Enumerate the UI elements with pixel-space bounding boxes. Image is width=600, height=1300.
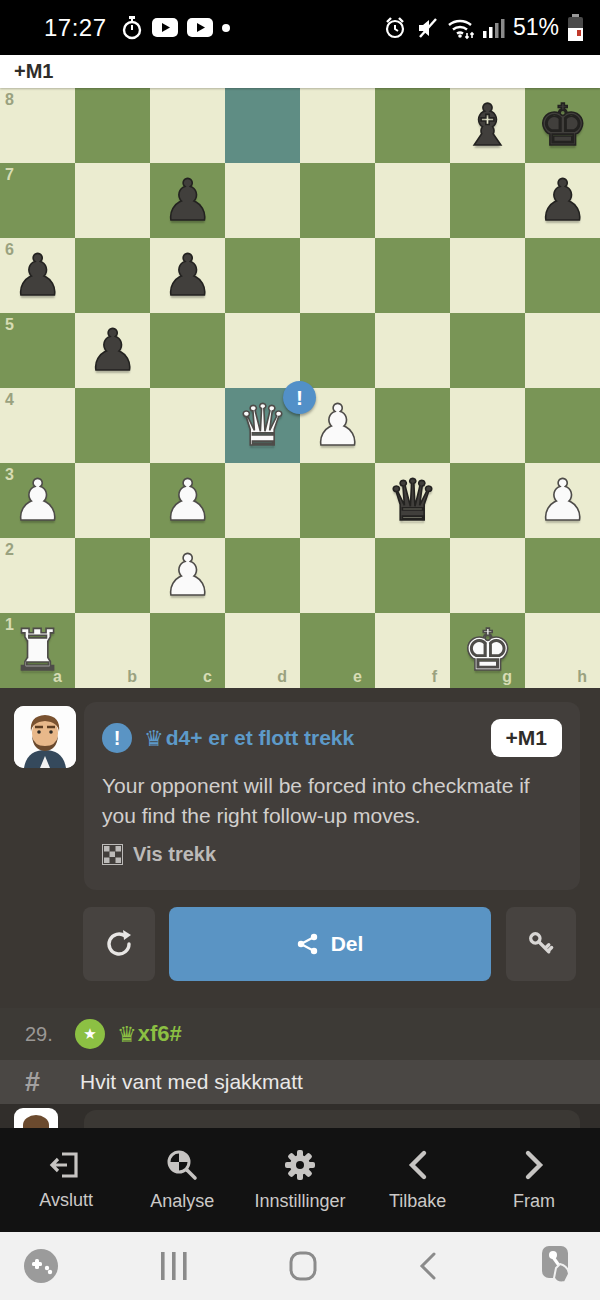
white-pawn-c3: ♟: [150, 463, 225, 538]
file-label: g: [502, 668, 512, 686]
move-list-row[interactable]: 29. ★ ♛ xf6#: [0, 1008, 600, 1060]
gear-icon: [283, 1148, 317, 1182]
rank-label: 4: [5, 391, 14, 409]
square-f6[interactable]: [375, 238, 450, 313]
battery-percent: 51%: [513, 14, 559, 41]
square-f8[interactable]: [375, 88, 450, 163]
chevron-left-icon: [405, 1148, 431, 1182]
square-d6[interactable]: [225, 238, 300, 313]
square-g2[interactable]: [450, 538, 525, 613]
back-icon[interactable]: [416, 1250, 440, 1282]
eval-label: +M1: [14, 60, 53, 83]
square-g3[interactable]: [450, 463, 525, 538]
square-f5[interactable]: [375, 313, 450, 388]
black-king-h8: ♚: [525, 88, 600, 163]
file-label: a: [53, 668, 62, 686]
analysis-panel: ! ♛ d4+ er et flott trekk +M1 Your oppon…: [0, 688, 600, 1008]
nav-label: Fram: [513, 1191, 555, 1212]
square-c6[interactable]: ♟: [150, 238, 225, 313]
file-label: h: [577, 668, 587, 686]
share-icon: [297, 933, 319, 955]
show-moves-label: Vis trekk: [133, 843, 216, 866]
stopwatch-icon: [121, 16, 143, 40]
play-app-icon: [187, 18, 213, 37]
black-pawn-h7: ♟: [525, 163, 600, 238]
rank-label: 7: [5, 166, 14, 184]
square-h2[interactable]: [525, 538, 600, 613]
square-h8[interactable]: ♚: [525, 88, 600, 163]
black-pawn-c6: ♟: [150, 238, 225, 313]
show-moves-button[interactable]: Vis trekk: [102, 843, 562, 866]
queen-icon: ♛: [144, 726, 164, 751]
coach-explanation: Your opponent will be forced into checkm…: [102, 771, 562, 831]
square-c5[interactable]: [150, 313, 225, 388]
square-h1[interactable]: h: [525, 613, 600, 688]
square-f7[interactable]: [375, 163, 450, 238]
mute-icon: [415, 16, 439, 40]
square-b8[interactable]: [75, 88, 150, 163]
file-label: c: [203, 668, 212, 686]
checkmate-hash-icon: #: [25, 1067, 80, 1098]
square-e8[interactable]: [300, 88, 375, 163]
nav-label: Tilbake: [389, 1191, 446, 1212]
eval-strip: +M1: [0, 55, 600, 88]
square-b6[interactable]: [75, 238, 150, 313]
square-f3[interactable]: ♛: [375, 463, 450, 538]
move-title-text: d4+ er et flott trekk: [166, 726, 354, 750]
nav-label: Avslutt: [39, 1190, 93, 1211]
status-left-icons: [121, 16, 230, 40]
square-b4[interactable]: [75, 388, 150, 463]
bubble-title-row: ! ♛ d4+ er et flott trekk +M1: [102, 719, 562, 757]
rank-label: 3: [5, 466, 14, 484]
square-d5[interactable]: [225, 313, 300, 388]
status-right-icons: 51%: [383, 14, 584, 42]
square-d3[interactable]: [225, 463, 300, 538]
nav-item-avslutt[interactable]: Avslutt: [22, 1149, 110, 1211]
avatar: [14, 1108, 58, 1128]
key-icon: [525, 928, 557, 960]
square-b5[interactable]: ♟: [75, 313, 150, 388]
square-a7[interactable]: 7: [0, 163, 75, 238]
square-a2[interactable]: 2: [0, 538, 75, 613]
square-d1[interactable]: d: [225, 613, 300, 688]
square-c2[interactable]: ♟: [150, 538, 225, 613]
white-pawn-h3: ♟: [525, 463, 600, 538]
square-g8[interactable]: ♝: [450, 88, 525, 163]
action-buttons-row: Del: [83, 907, 576, 981]
game-result-text: Hvit vant med sjakkmatt: [80, 1070, 303, 1094]
square-h5[interactable]: [525, 313, 600, 388]
square-c3[interactable]: ♟: [150, 463, 225, 538]
rank-label: 5: [5, 316, 14, 334]
key-moves-button[interactable]: [506, 907, 576, 981]
home-icon[interactable]: [287, 1250, 319, 1282]
avatar[interactable]: [14, 706, 76, 768]
chevron-right-icon: [521, 1148, 547, 1182]
square-g6[interactable]: [450, 238, 525, 313]
black-bishop-g8: ♝: [450, 88, 525, 163]
square-f2[interactable]: [375, 538, 450, 613]
analysis-magnifier-icon: [165, 1148, 199, 1182]
square-d8[interactable]: [225, 88, 300, 163]
square-h6[interactable]: [525, 238, 600, 313]
square-a5[interactable]: 5: [0, 313, 75, 388]
square-a3[interactable]: 3♟: [0, 463, 75, 538]
black-pawn-b5: ♟: [75, 313, 150, 388]
square-g4[interactable]: [450, 388, 525, 463]
square-a8[interactable]: 8: [0, 88, 75, 163]
rank-label: 6: [5, 241, 14, 259]
file-label: e: [353, 668, 362, 686]
status-bar: 17:27 51%: [0, 0, 600, 55]
file-label: b: [127, 668, 137, 686]
file-label: d: [277, 668, 287, 686]
signal-icon: [483, 17, 505, 39]
square-e6[interactable]: [300, 238, 375, 313]
square-b7[interactable]: [75, 163, 150, 238]
black-queen-f3: ♛: [375, 463, 450, 538]
square-a4[interactable]: 4: [0, 388, 75, 463]
checkerboard-icon: [102, 844, 123, 865]
avatar-illustration: [14, 706, 76, 768]
battery-icon: [567, 14, 584, 42]
square-e2[interactable]: [300, 538, 375, 613]
best-move-star-icon: ★: [75, 1019, 105, 1049]
square-f4[interactable]: [375, 388, 450, 463]
mate-eval-badge: +M1: [491, 719, 562, 757]
clock-time: 17:27: [44, 14, 107, 42]
rank-label: 8: [5, 91, 14, 109]
square-b1[interactable]: b: [75, 613, 150, 688]
white-pawn-c2: ♟: [150, 538, 225, 613]
square-c1[interactable]: c: [150, 613, 225, 688]
screen-pin-icon[interactable]: [536, 1244, 578, 1288]
rank-label: 2: [5, 541, 14, 559]
square-h4[interactable]: [525, 388, 600, 463]
square-g7[interactable]: [450, 163, 525, 238]
move-title: ♛ d4+ er et flott trekk: [144, 726, 354, 751]
system-nav-bar: [0, 1232, 600, 1300]
square-e3[interactable]: [300, 463, 375, 538]
square-d2[interactable]: [225, 538, 300, 613]
share-label: Del: [331, 932, 364, 956]
retry-button[interactable]: [83, 907, 155, 981]
nav-item-analyse[interactable]: Analyse: [138, 1148, 226, 1212]
phone-screen: 17:27 51% +M1 8♝♚7♟♟6♟♟5♟4♛♟3♟♟♛♟2♟1a♜bc…: [0, 0, 600, 1300]
nav-item-fram[interactable]: Fram: [490, 1148, 578, 1212]
move-notation-text: xf6#: [138, 1021, 182, 1047]
nav-item-tilbake[interactable]: Tilbake: [374, 1148, 462, 1212]
square-c8[interactable]: [150, 88, 225, 163]
file-label: f: [432, 668, 437, 686]
black-pawn-c7: ♟: [150, 163, 225, 238]
square-e7[interactable]: [300, 163, 375, 238]
square-c4[interactable]: [150, 388, 225, 463]
nav-item-innstillinger[interactable]: Innstillinger: [254, 1148, 345, 1212]
square-g1[interactable]: g♚: [450, 613, 525, 688]
square-b3[interactable]: [75, 463, 150, 538]
notification-dot: [222, 24, 230, 32]
app-nav-bar: Avslutt Analyse Innsti: [0, 1128, 600, 1232]
great-move-icon: !: [102, 723, 132, 753]
square-a1[interactable]: 1a♜: [0, 613, 75, 688]
play-app-icon: [152, 18, 178, 37]
game-result-row: # Hvit vant med sjakkmatt: [0, 1060, 600, 1104]
rank-label: 1: [5, 616, 14, 634]
nav-label: Innstillinger: [254, 1191, 345, 1212]
game-tools-icon[interactable]: [22, 1247, 60, 1285]
square-h3[interactable]: ♟: [525, 463, 600, 538]
white-king-g1: ♚: [450, 613, 525, 688]
coach-bubble-stub: [84, 1110, 580, 1128]
queen-icon: ♛: [117, 1022, 137, 1047]
square-h7[interactable]: ♟: [525, 163, 600, 238]
alarm-icon: [383, 16, 407, 40]
square-d7[interactable]: [225, 163, 300, 238]
move-notation: ♛ xf6#: [117, 1021, 182, 1047]
recent-apps-icon[interactable]: [157, 1250, 191, 1282]
square-e1[interactable]: e: [300, 613, 375, 688]
next-comment-stub: [0, 1104, 600, 1128]
square-c7[interactable]: ♟: [150, 163, 225, 238]
square-f1[interactable]: f: [375, 613, 450, 688]
coach-bubble: ! ♛ d4+ er et flott trekk +M1 Your oppon…: [84, 702, 580, 890]
square-e5[interactable]: [300, 313, 375, 388]
exit-icon: [49, 1149, 83, 1181]
nav-label: Analyse: [150, 1191, 214, 1212]
square-g5[interactable]: [450, 313, 525, 388]
square-a6[interactable]: 6♟: [0, 238, 75, 313]
chess-board[interactable]: 8♝♚7♟♟6♟♟5♟4♛♟3♟♟♛♟2♟1a♜bcdefg♚h!: [0, 88, 600, 688]
refresh-icon: [102, 927, 136, 961]
move-number: 29.: [25, 1023, 75, 1046]
square-b2[interactable]: [75, 538, 150, 613]
great-move-badge: !: [283, 381, 316, 414]
share-button[interactable]: Del: [169, 907, 491, 981]
wifi-icon: [447, 16, 475, 40]
